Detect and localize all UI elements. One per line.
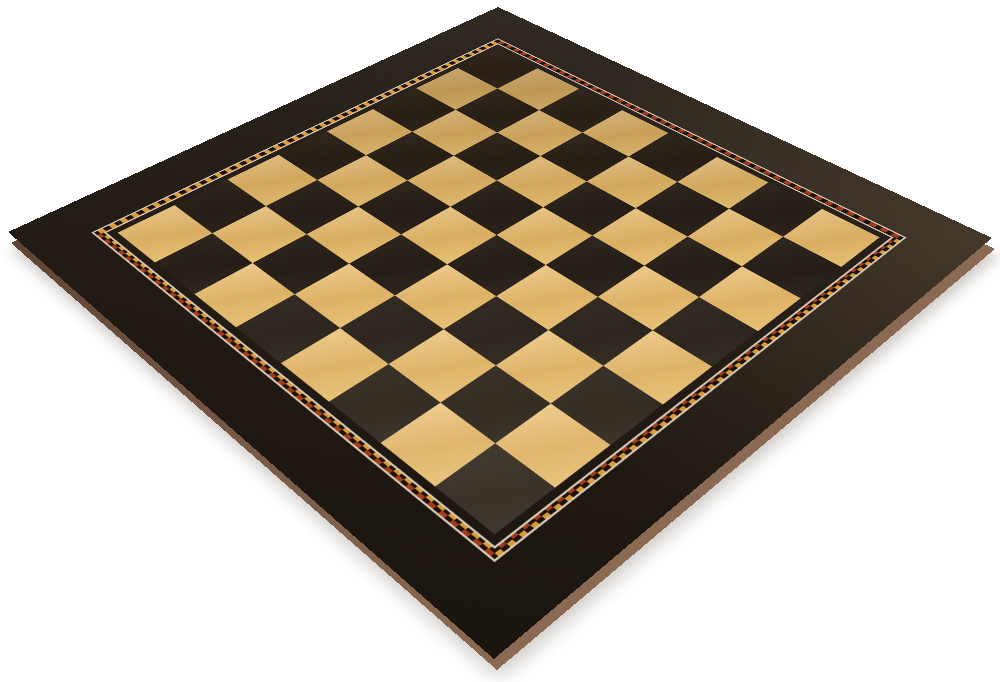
inner-frame-gap [104, 43, 894, 549]
chess-board [8, 7, 992, 659]
playing-field [118, 49, 880, 535]
board-grid [118, 49, 880, 535]
mosaic-inlay-border [91, 38, 906, 562]
photo-canvas [0, 0, 1000, 682]
